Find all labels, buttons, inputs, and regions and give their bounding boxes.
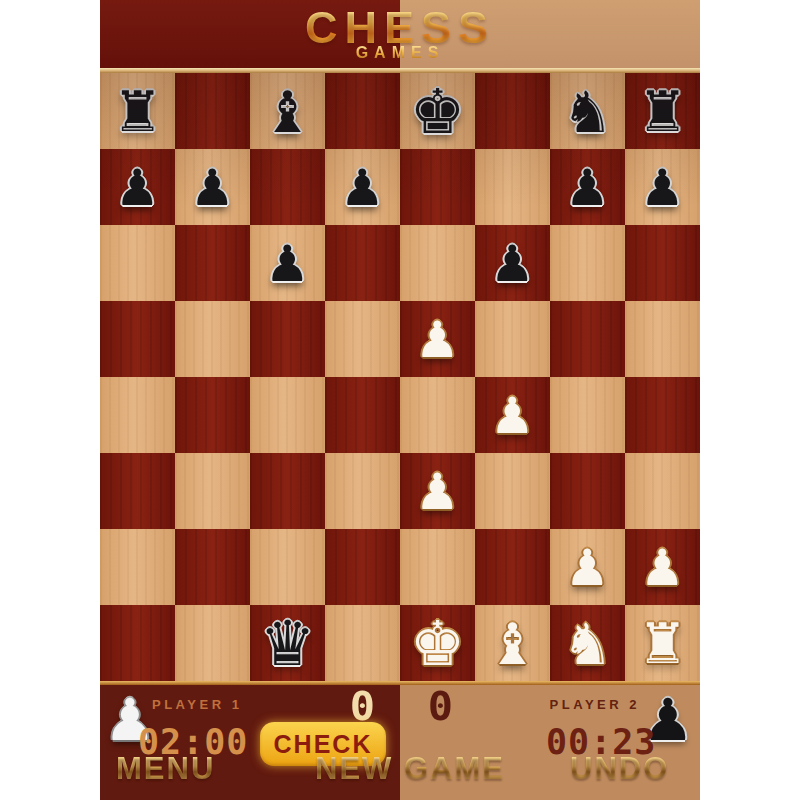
piece-black-king[interactable]: ♚ bbox=[400, 73, 475, 149]
piece-black-pawn[interactable]: ♟ bbox=[325, 149, 400, 225]
piece-white-pawn[interactable]: ♟ bbox=[550, 529, 625, 605]
piece-black-pawn[interactable]: ♟ bbox=[550, 149, 625, 225]
square-f5[interactable] bbox=[475, 301, 550, 377]
square-g6[interactable] bbox=[550, 225, 625, 301]
square-d3[interactable] bbox=[325, 453, 400, 529]
square-b2[interactable] bbox=[175, 529, 250, 605]
square-a2[interactable] bbox=[100, 529, 175, 605]
piece-black-knight[interactable]: ♞ bbox=[550, 73, 625, 149]
square-b6[interactable] bbox=[175, 225, 250, 301]
square-a4[interactable] bbox=[100, 377, 175, 453]
piece-white-pawn[interactable]: ♟ bbox=[625, 529, 700, 605]
square-h1[interactable]: ♜ bbox=[625, 605, 700, 681]
square-g2[interactable]: ♟ bbox=[550, 529, 625, 605]
square-h5[interactable] bbox=[625, 301, 700, 377]
square-f8[interactable] bbox=[475, 73, 550, 149]
square-a3[interactable] bbox=[100, 453, 175, 529]
square-a1[interactable] bbox=[100, 605, 175, 681]
piece-black-pawn[interactable]: ♟ bbox=[625, 149, 700, 225]
undo-button[interactable]: UNDO bbox=[570, 751, 669, 787]
square-f3[interactable] bbox=[475, 453, 550, 529]
square-e5[interactable]: ♟ bbox=[400, 301, 475, 377]
square-g7[interactable]: ♟ bbox=[550, 149, 625, 225]
square-c8[interactable]: ♝ bbox=[250, 73, 325, 149]
square-c2[interactable] bbox=[250, 529, 325, 605]
piece-white-rook[interactable]: ♜ bbox=[625, 605, 700, 681]
square-g5[interactable] bbox=[550, 301, 625, 377]
square-d1[interactable] bbox=[325, 605, 400, 681]
square-c6[interactable]: ♟ bbox=[250, 225, 325, 301]
square-e8[interactable]: ♚ bbox=[400, 73, 475, 149]
screen: CHESS GAMES ♜♝♚♞♜♟♟♟♟♟♟♟♟♟♟♟♟♛♚♝♞♜ ♟ PLA… bbox=[0, 0, 800, 800]
square-d8[interactable] bbox=[325, 73, 400, 149]
square-d4[interactable] bbox=[325, 377, 400, 453]
square-g3[interactable] bbox=[550, 453, 625, 529]
piece-white-pawn[interactable]: ♟ bbox=[400, 453, 475, 529]
square-f6[interactable]: ♟ bbox=[475, 225, 550, 301]
chess-app: CHESS GAMES ♜♝♚♞♜♟♟♟♟♟♟♟♟♟♟♟♟♛♚♝♞♜ ♟ PLA… bbox=[100, 0, 700, 800]
square-h7[interactable]: ♟ bbox=[625, 149, 700, 225]
piece-white-bishop[interactable]: ♝ bbox=[475, 605, 550, 681]
square-h3[interactable] bbox=[625, 453, 700, 529]
chess-board: ♜♝♚♞♜♟♟♟♟♟♟♟♟♟♟♟♟♛♚♝♞♜ bbox=[100, 73, 700, 681]
player1-name: PLAYER 1 bbox=[152, 697, 242, 712]
piece-black-pawn[interactable]: ♟ bbox=[100, 149, 175, 225]
square-c1[interactable]: ♛ bbox=[250, 605, 325, 681]
square-e6[interactable] bbox=[400, 225, 475, 301]
piece-black-rook[interactable]: ♜ bbox=[100, 73, 175, 149]
square-b7[interactable]: ♟ bbox=[175, 149, 250, 225]
piece-black-queen[interactable]: ♛ bbox=[250, 605, 325, 681]
menu-button[interactable]: MENU bbox=[116, 751, 215, 787]
square-h8[interactable]: ♜ bbox=[625, 73, 700, 149]
square-d7[interactable]: ♟ bbox=[325, 149, 400, 225]
square-h2[interactable]: ♟ bbox=[625, 529, 700, 605]
square-e7[interactable] bbox=[400, 149, 475, 225]
square-d6[interactable] bbox=[325, 225, 400, 301]
square-a8[interactable]: ♜ bbox=[100, 73, 175, 149]
piece-black-bishop[interactable]: ♝ bbox=[250, 73, 325, 149]
square-a6[interactable] bbox=[100, 225, 175, 301]
square-h4[interactable] bbox=[625, 377, 700, 453]
square-h6[interactable] bbox=[625, 225, 700, 301]
square-f2[interactable] bbox=[475, 529, 550, 605]
square-b5[interactable] bbox=[175, 301, 250, 377]
player2-name: PLAYER 2 bbox=[540, 697, 640, 712]
square-b4[interactable] bbox=[175, 377, 250, 453]
square-f1[interactable]: ♝ bbox=[475, 605, 550, 681]
new-game-button[interactable]: NEW GAME bbox=[250, 751, 570, 787]
square-d2[interactable] bbox=[325, 529, 400, 605]
square-c7[interactable] bbox=[250, 149, 325, 225]
piece-black-rook[interactable]: ♜ bbox=[625, 73, 700, 149]
square-g4[interactable] bbox=[550, 377, 625, 453]
app-subtitle: GAMES bbox=[100, 44, 700, 62]
square-e2[interactable] bbox=[400, 529, 475, 605]
square-a7[interactable]: ♟ bbox=[100, 149, 175, 225]
square-g8[interactable]: ♞ bbox=[550, 73, 625, 149]
square-e1[interactable]: ♚ bbox=[400, 605, 475, 681]
square-g1[interactable]: ♞ bbox=[550, 605, 625, 681]
header: CHESS GAMES bbox=[100, 0, 700, 68]
piece-white-pawn[interactable]: ♟ bbox=[400, 301, 475, 377]
square-b8[interactable] bbox=[175, 73, 250, 149]
square-b3[interactable] bbox=[175, 453, 250, 529]
piece-black-pawn[interactable]: ♟ bbox=[250, 225, 325, 301]
piece-white-king[interactable]: ♚ bbox=[400, 605, 475, 681]
square-f4[interactable]: ♟ bbox=[475, 377, 550, 453]
square-c3[interactable] bbox=[250, 453, 325, 529]
square-a5[interactable] bbox=[100, 301, 175, 377]
square-f7[interactable] bbox=[475, 149, 550, 225]
piece-white-knight[interactable]: ♞ bbox=[550, 605, 625, 681]
status-panel: ♟ PLAYER 1 0 02:00 CHECK 0 PLAYER 2 ♟ 00… bbox=[100, 685, 700, 800]
square-d5[interactable] bbox=[325, 301, 400, 377]
square-e3[interactable]: ♟ bbox=[400, 453, 475, 529]
piece-white-pawn[interactable]: ♟ bbox=[475, 377, 550, 453]
square-b1[interactable] bbox=[175, 605, 250, 681]
player2-score: 0 bbox=[418, 687, 463, 727]
square-e4[interactable] bbox=[400, 377, 475, 453]
square-c4[interactable] bbox=[250, 377, 325, 453]
piece-black-pawn[interactable]: ♟ bbox=[175, 149, 250, 225]
square-c5[interactable] bbox=[250, 301, 325, 377]
piece-black-pawn[interactable]: ♟ bbox=[475, 225, 550, 301]
